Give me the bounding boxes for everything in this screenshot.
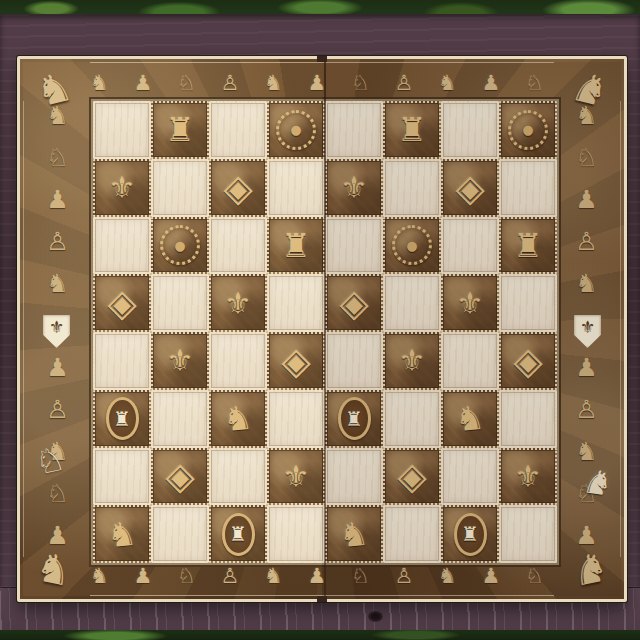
lozenge-motif: ◈	[223, 169, 252, 207]
square-f3[interactable]	[383, 390, 441, 448]
fleur-motif: ⚜	[108, 172, 136, 203]
square-e8[interactable]	[325, 101, 383, 159]
lozenge-motif: ◈	[397, 457, 426, 495]
wreath-center: ●	[522, 122, 533, 137]
square-c8[interactable]	[209, 101, 267, 159]
square-c7[interactable]: ◈	[209, 159, 267, 217]
square-g5[interactable]: ⚜	[441, 274, 499, 332]
square-h5[interactable]	[499, 274, 557, 332]
corner-horse-icon: ♞	[554, 536, 626, 602]
lozenge-motif: ◈	[455, 169, 484, 207]
helm-motif: ♜	[106, 397, 139, 440]
square-e6[interactable]	[325, 217, 383, 275]
lozenge-motif: ◈	[281, 342, 310, 380]
wreath-center: ●	[406, 238, 417, 253]
square-a6[interactable]	[93, 217, 151, 275]
foliage-bottom	[0, 630, 640, 640]
wreath-motif: ●	[160, 225, 200, 265]
square-g1[interactable]: ♜	[441, 505, 499, 563]
square-b6[interactable]: ●	[151, 217, 209, 275]
square-h7[interactable]	[499, 159, 557, 217]
tower-motif: ♜	[165, 113, 195, 146]
fleur-de-lis-icon: ⚜	[49, 315, 64, 339]
square-h1[interactable]	[499, 505, 557, 563]
square-c5[interactable]: ⚜	[209, 274, 267, 332]
square-h4[interactable]: ◈	[499, 332, 557, 390]
corner-horse-icon: ♞	[18, 536, 90, 602]
square-b3[interactable]	[151, 390, 209, 448]
rider-motif: ♞	[222, 401, 255, 437]
rider-motif: ♞	[106, 516, 139, 552]
fleur-motif: ⚜	[166, 345, 194, 376]
square-f6[interactable]: ●	[383, 217, 441, 275]
lozenge-motif: ◈	[165, 457, 194, 495]
square-e2[interactable]	[325, 448, 383, 506]
hinge-notch	[317, 596, 327, 602]
square-h3[interactable]	[499, 390, 557, 448]
photo-scene: ♞ ♟ ♘ ♙ ♞ ♟ ♘ ♙ ♞ ♟ ♘ ♙ ♞ ♟ ♘ ♙ ♞ ♟ ♘ ♙ …	[0, 0, 640, 640]
square-a4[interactable]	[93, 332, 151, 390]
square-a8[interactable]	[93, 101, 151, 159]
square-c3[interactable]: ♞	[209, 390, 267, 448]
square-g2[interactable]	[441, 448, 499, 506]
square-f4[interactable]: ⚜	[383, 332, 441, 390]
square-d6[interactable]: ♜	[267, 217, 325, 275]
fleur-motif: ⚜	[224, 288, 252, 319]
square-f5[interactable]	[383, 274, 441, 332]
fleur-motif: ⚜	[340, 172, 368, 203]
square-b8[interactable]: ♜	[151, 101, 209, 159]
wreath-center: ●	[290, 122, 301, 137]
square-a2[interactable]	[93, 448, 151, 506]
square-g7[interactable]: ◈	[441, 159, 499, 217]
square-e7[interactable]: ⚜	[325, 159, 383, 217]
table-knot	[368, 611, 383, 622]
fleur-motif: ⚜	[514, 461, 542, 492]
square-h6[interactable]: ♜	[499, 217, 557, 275]
helm-keep: ♜	[229, 524, 247, 544]
square-b2[interactable]: ◈	[151, 448, 209, 506]
square-g6[interactable]	[441, 217, 499, 275]
square-d1[interactable]	[267, 505, 325, 563]
helm-motif: ♜	[222, 513, 255, 556]
square-a7[interactable]: ⚜	[93, 159, 151, 217]
square-h8[interactable]: ●	[499, 101, 557, 159]
helm-motif: ♜	[338, 397, 371, 440]
square-d5[interactable]	[267, 274, 325, 332]
square-g3[interactable]: ♞	[441, 390, 499, 448]
square-d3[interactable]	[267, 390, 325, 448]
square-c1[interactable]: ♜	[209, 505, 267, 563]
wreath-motif: ●	[508, 110, 548, 150]
square-f1[interactable]	[383, 505, 441, 563]
helm-keep: ♜	[461, 524, 479, 544]
square-f7[interactable]	[383, 159, 441, 217]
square-f8[interactable]: ♜	[383, 101, 441, 159]
rider-motif: ♞	[338, 516, 371, 552]
helm-motif: ♜	[454, 513, 487, 556]
square-b5[interactable]	[151, 274, 209, 332]
frieze-figures: ♞ ♟ ♘ ♙ ♞ ♟ ♘ ♙ ♞ ♟ ♘ ♙ ♞ ♟ ♘ ♙ ♞ ♟ ♘ ♙ …	[90, 71, 554, 95]
square-c4[interactable]	[209, 332, 267, 390]
square-d7[interactable]	[267, 159, 325, 217]
square-d4[interactable]: ◈	[267, 332, 325, 390]
square-g4[interactable]	[441, 332, 499, 390]
lozenge-motif: ◈	[339, 284, 368, 322]
lozenge-motif: ◈	[107, 284, 136, 322]
chessboard: ♞ ♟ ♘ ♙ ♞ ♟ ♘ ♙ ♞ ♟ ♘ ♙ ♞ ♟ ♘ ♙ ♞ ♟ ♘ ♙ …	[17, 56, 627, 602]
frieze-figures: ♞ ♟ ♘ ♙ ♞ ♟ ♘ ♙ ♞ ♟ ♘ ♙ ♞ ♟ ♘ ♙ ♞ ♟ ♘ ♙ …	[90, 564, 554, 588]
square-c6[interactable]	[209, 217, 267, 275]
square-e1[interactable]: ♞	[325, 505, 383, 563]
top-frieze: ♞ ♟ ♘ ♙ ♞ ♟ ♘ ♙ ♞ ♟ ♘ ♙ ♞ ♟ ♘ ♙ ♞ ♟ ♘ ♙ …	[90, 62, 554, 103]
square-d8[interactable]: ●	[267, 101, 325, 159]
wreath-motif: ●	[392, 225, 432, 265]
square-b1[interactable]	[151, 505, 209, 563]
helm-keep: ♜	[345, 409, 363, 429]
square-c2[interactable]	[209, 448, 267, 506]
square-a3[interactable]: ♜	[93, 390, 151, 448]
fleur-de-lis-icon: ⚜	[580, 315, 595, 339]
wreath-motif: ●	[276, 110, 316, 150]
lozenge-motif: ◈	[513, 342, 542, 380]
tower-motif: ♜	[281, 229, 311, 262]
rider-motif: ♞	[454, 401, 487, 437]
fleur-motif: ⚜	[456, 288, 484, 319]
fold-seam	[324, 62, 326, 596]
square-d2[interactable]: ⚜	[267, 448, 325, 506]
square-b7[interactable]	[151, 159, 209, 217]
wreath-center: ●	[174, 238, 185, 253]
square-e4[interactable]	[325, 332, 383, 390]
tower-motif: ♜	[513, 229, 543, 262]
square-g8[interactable]	[441, 101, 499, 159]
square-e3[interactable]: ♜	[325, 390, 383, 448]
square-e5[interactable]: ◈	[325, 274, 383, 332]
hinge-notch	[317, 56, 327, 62]
helm-keep: ♜	[113, 409, 131, 429]
square-a5[interactable]: ◈	[93, 274, 151, 332]
square-a1[interactable]: ♞	[93, 505, 151, 563]
tower-motif: ♜	[397, 113, 427, 146]
bright-horse-icon: ♞	[581, 461, 616, 504]
square-f2[interactable]: ◈	[383, 448, 441, 506]
fleur-motif: ⚜	[282, 461, 310, 492]
fleur-motif: ⚜	[398, 345, 426, 376]
square-h2[interactable]: ⚜	[499, 448, 557, 506]
square-b4[interactable]: ⚜	[151, 332, 209, 390]
